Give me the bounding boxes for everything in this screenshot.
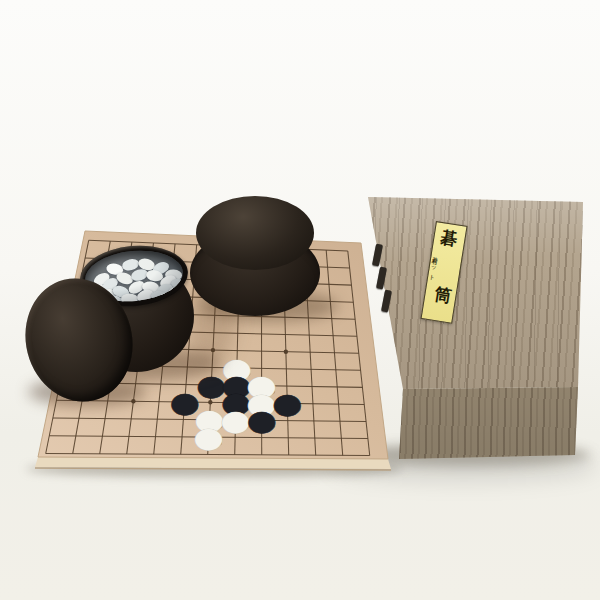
label-title-bottom-char: 筒 <box>433 286 452 305</box>
go-bowl-closed <box>190 196 320 316</box>
bowl-stone-white <box>130 267 149 282</box>
bowl-stone-white <box>145 269 164 283</box>
bowl-stone-white <box>137 257 156 272</box>
bowl-stone-white <box>106 262 125 276</box>
go-set-product-photo[interactable]: ●●●●●●●●●●●● 碁 碁石セット 筒 <box>0 0 600 600</box>
stone-black: ● <box>246 404 277 436</box>
bowl-lid-front <box>26 278 132 402</box>
bowl-stone-white <box>151 260 171 277</box>
bowl-stone-white <box>142 281 160 293</box>
hoshi-point <box>284 349 288 353</box>
closed-bowl-lid-dome <box>196 196 314 270</box>
stones-box: 碁 碁石セット 筒 <box>330 180 600 472</box>
bowl-stone-white <box>165 269 183 281</box>
bowl-stone-white <box>158 273 178 291</box>
label-subtitle: 碁石セット <box>429 252 439 278</box>
bowl-lid-face <box>13 267 146 413</box>
bowl-stone-white <box>121 257 140 272</box>
label-title-top-char: 碁 <box>439 229 458 248</box>
stone-white: ● <box>193 421 224 453</box>
hoshi-point <box>211 348 215 352</box>
bowl-stone-white <box>135 287 155 304</box>
